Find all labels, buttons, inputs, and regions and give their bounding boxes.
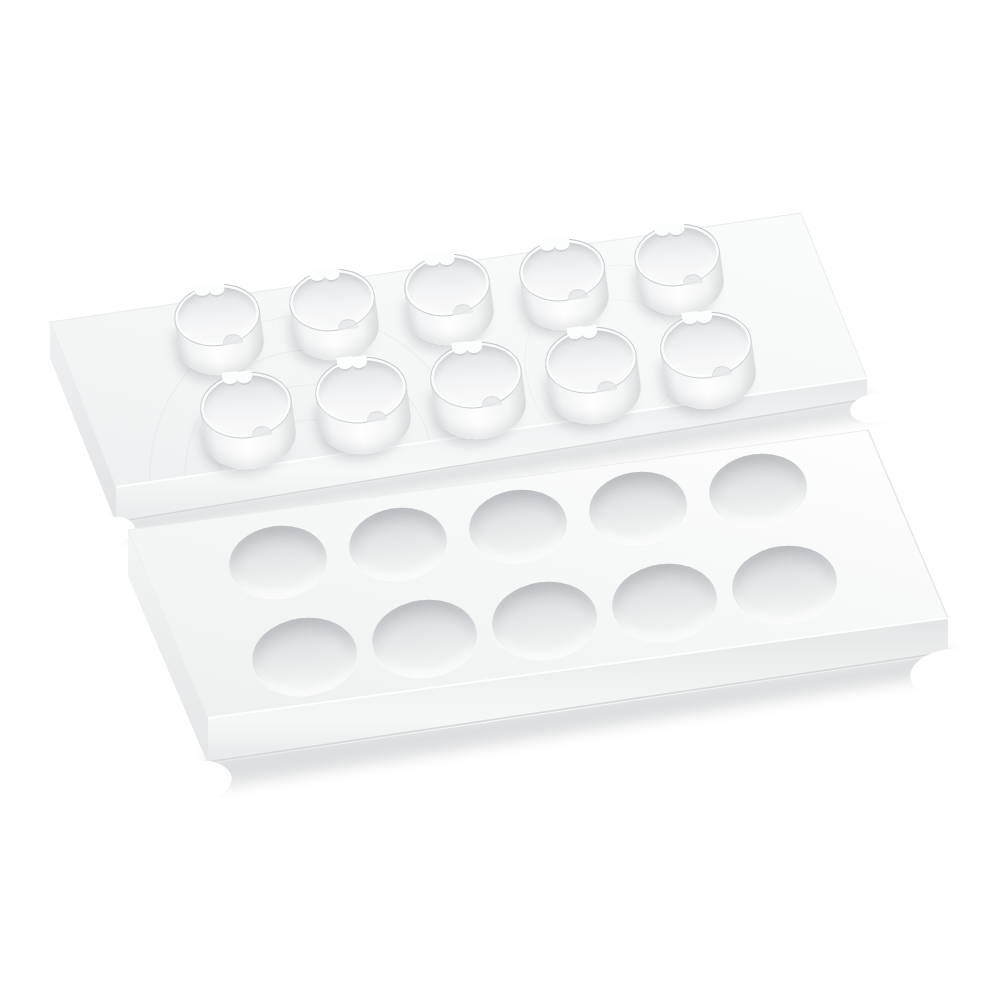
cup-rim-notch-back <box>221 369 252 386</box>
hole-pit-r1c0[interactable] <box>247 611 361 701</box>
pits-layer <box>0 0 1000 1000</box>
hole-pit-r1c4[interactable] <box>727 539 841 629</box>
hole-pit-r1c1[interactable] <box>367 593 481 683</box>
hole-pit-r0c4[interactable] <box>705 448 812 532</box>
cup-rim-notch-back <box>194 281 225 298</box>
cup-rim-notch-back <box>539 236 570 253</box>
hole-pit-r1c2[interactable] <box>487 575 601 665</box>
cup-pit-r1c4[interactable] <box>656 306 760 415</box>
cup-rim-notch-back <box>654 221 685 238</box>
cup-pit-r1c3[interactable] <box>541 321 645 430</box>
hole-pit-r0c3[interactable] <box>585 466 692 550</box>
hole-pit-r1c3[interactable] <box>607 557 721 647</box>
cup-rim-notch-back <box>309 266 340 283</box>
cup-rim-notch-back <box>566 324 597 341</box>
cup-pit-r1c2[interactable] <box>426 336 530 445</box>
cup-rim-notch-back <box>336 354 367 371</box>
hole-pit-r0c2[interactable] <box>465 484 572 568</box>
cup-pit-r0c1[interactable] <box>285 264 382 366</box>
cup-pit-r0c0[interactable] <box>170 279 267 381</box>
hole-pit-r0c1[interactable] <box>345 502 452 586</box>
cup-rim-notch-back <box>681 309 712 326</box>
cup-pit-r0c4[interactable] <box>630 219 727 321</box>
cup-pit-r0c2[interactable] <box>400 249 497 351</box>
cup-rim-notch-back <box>451 339 482 356</box>
cup-rim-notch-back <box>424 251 455 268</box>
cup-pit-r1c1[interactable] <box>311 351 415 460</box>
cup-pit-r1c0[interactable] <box>196 366 300 475</box>
cup-pit-r0c3[interactable] <box>515 234 612 336</box>
product-photo-stage <box>0 0 1000 1000</box>
hole-pit-r0c0[interactable] <box>225 520 332 604</box>
